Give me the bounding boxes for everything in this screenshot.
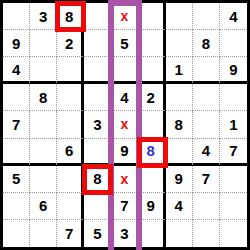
cell-r9c9[interactable] <box>220 220 247 247</box>
cell-r3c4[interactable] <box>84 57 111 84</box>
sudoku-board: 38x4925841984273x816984758x976794753 <box>0 0 250 250</box>
cell-r3c9[interactable]: 9 <box>220 57 247 84</box>
x-mark-cell-r5c5[interactable]: x <box>111 111 138 138</box>
cell-r4c9[interactable] <box>220 84 247 111</box>
cell-r3c6[interactable] <box>139 57 166 84</box>
cell-r6c4[interactable] <box>84 139 111 166</box>
cell-r6c1[interactable] <box>3 139 30 166</box>
cell-r5c3[interactable] <box>57 111 84 138</box>
cell-r7c4[interactable]: 8 <box>84 166 111 193</box>
cell-r5c1[interactable]: 7 <box>3 111 30 138</box>
cell-r1c6[interactable] <box>139 3 166 30</box>
cell-r8c7[interactable]: 4 <box>166 193 193 220</box>
cell-r8c4[interactable] <box>84 193 111 220</box>
cell-r1c2[interactable]: 3 <box>30 3 57 30</box>
cell-r5c4[interactable]: 3 <box>84 111 111 138</box>
cell-r3c1[interactable]: 4 <box>3 57 30 84</box>
x-mark-cell-r1c5[interactable]: x <box>111 3 138 30</box>
cell-r9c1[interactable] <box>3 220 30 247</box>
cell-r3c5[interactable] <box>111 57 138 84</box>
cell-r9c4[interactable]: 5 <box>84 220 111 247</box>
cell-r5c8[interactable] <box>193 111 220 138</box>
cell-r1c1[interactable] <box>3 3 30 30</box>
cell-r6c5[interactable]: 9 <box>111 139 138 166</box>
cell-r8c8[interactable] <box>193 193 220 220</box>
cell-r9c5[interactable]: 3 <box>111 220 138 247</box>
cell-r6c3[interactable]: 6 <box>57 139 84 166</box>
cell-r9c2[interactable] <box>30 220 57 247</box>
cell-r8c3[interactable] <box>57 193 84 220</box>
cell-r8c1[interactable] <box>3 193 30 220</box>
cell-r4c6[interactable]: 2 <box>139 84 166 111</box>
cell-r9c6[interactable] <box>139 220 166 247</box>
cell-r9c8[interactable] <box>193 220 220 247</box>
cell-r1c7[interactable] <box>166 3 193 30</box>
cell-r2c4[interactable] <box>84 30 111 57</box>
cell-r2c8[interactable]: 8 <box>193 30 220 57</box>
cell-r6c2[interactable] <box>30 139 57 166</box>
cell-r4c2[interactable]: 8 <box>30 84 57 111</box>
blue-digit-cell-r6c6[interactable]: 8 <box>139 139 166 166</box>
cell-r2c7[interactable] <box>166 30 193 57</box>
cell-r9c3[interactable]: 7 <box>57 220 84 247</box>
cell-r3c7[interactable]: 1 <box>166 57 193 84</box>
cell-r5c7[interactable]: 8 <box>166 111 193 138</box>
cell-r2c1[interactable]: 9 <box>3 30 30 57</box>
cell-r4c4[interactable] <box>84 84 111 111</box>
cell-r1c3[interactable]: 8 <box>57 3 84 30</box>
cell-r2c2[interactable] <box>30 30 57 57</box>
cell-r3c8[interactable] <box>193 57 220 84</box>
cell-r5c6[interactable] <box>139 111 166 138</box>
cell-r1c9[interactable]: 4 <box>220 3 247 30</box>
cell-r7c2[interactable] <box>30 166 57 193</box>
cell-r7c1[interactable]: 5 <box>3 166 30 193</box>
cell-r8c5[interactable]: 7 <box>111 193 138 220</box>
sudoku-puzzle: 38x4925841984273x816984758x976794753 <box>0 0 250 250</box>
cell-r7c6[interactable] <box>139 166 166 193</box>
cell-r4c3[interactable] <box>57 84 84 111</box>
cell-r6c9[interactable]: 7 <box>220 139 247 166</box>
cell-r2c5[interactable]: 5 <box>111 30 138 57</box>
cell-r7c7[interactable]: 9 <box>166 166 193 193</box>
cell-r8c6[interactable]: 9 <box>139 193 166 220</box>
cell-r2c3[interactable]: 2 <box>57 30 84 57</box>
cell-r2c6[interactable] <box>139 30 166 57</box>
cell-r4c5[interactable]: 4 <box>111 84 138 111</box>
cell-r7c8[interactable]: 7 <box>193 166 220 193</box>
x-mark-cell-r7c5[interactable]: x <box>111 166 138 193</box>
cell-r8c2[interactable]: 6 <box>30 193 57 220</box>
cell-r5c2[interactable] <box>30 111 57 138</box>
cell-r6c7[interactable] <box>166 139 193 166</box>
cell-r9c7[interactable] <box>166 220 193 247</box>
cell-r3c3[interactable] <box>57 57 84 84</box>
cell-r2c9[interactable] <box>220 30 247 57</box>
cell-r7c3[interactable] <box>57 166 84 193</box>
cell-r1c4[interactable] <box>84 3 111 30</box>
cell-r3c2[interactable] <box>30 57 57 84</box>
cell-r4c7[interactable] <box>166 84 193 111</box>
cell-r4c1[interactable] <box>3 84 30 111</box>
cell-r5c9[interactable]: 1 <box>220 111 247 138</box>
cell-r4c8[interactable] <box>193 84 220 111</box>
cell-r6c8[interactable]: 4 <box>193 139 220 166</box>
cell-r8c9[interactable] <box>220 193 247 220</box>
cell-r1c8[interactable] <box>193 3 220 30</box>
cell-r7c9[interactable] <box>220 166 247 193</box>
